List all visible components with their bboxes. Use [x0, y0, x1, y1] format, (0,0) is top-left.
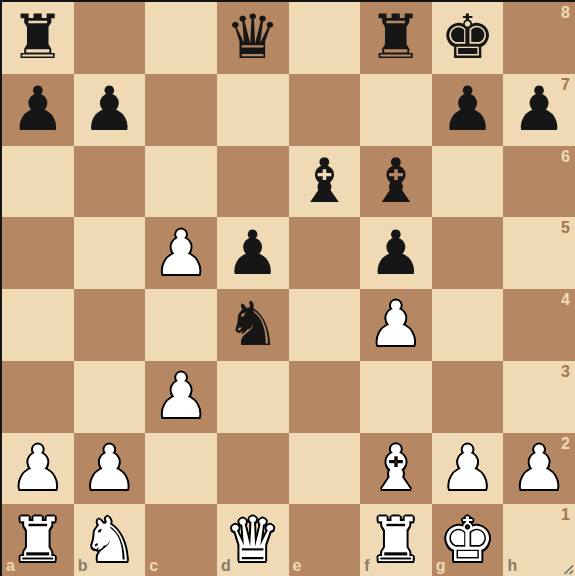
square-g6[interactable] — [432, 146, 504, 218]
square-a8[interactable]: ♜ — [2, 2, 74, 74]
rank-label-6: 6 — [561, 149, 570, 165]
file-label-b: b — [78, 558, 88, 574]
piece-black-bishop[interactable]: ♝ — [369, 150, 424, 211]
file-label-f: f — [364, 558, 369, 574]
square-d7[interactable] — [217, 74, 289, 146]
square-b7[interactable]: ♟ — [74, 74, 146, 146]
piece-white-pawn[interactable]: ♟ — [82, 437, 137, 498]
square-b3[interactable] — [74, 361, 146, 433]
square-g7[interactable]: ♟ — [432, 74, 504, 146]
resize-grip-lines — [559, 560, 574, 575]
square-e7[interactable] — [289, 74, 361, 146]
square-f1[interactable]: ♜f — [360, 504, 432, 576]
piece-black-rook[interactable]: ♜ — [10, 6, 65, 67]
piece-black-pawn[interactable]: ♟ — [225, 222, 280, 283]
square-f6[interactable]: ♝ — [360, 146, 432, 218]
piece-black-pawn[interactable]: ♟ — [440, 78, 495, 139]
resize-handle-icon[interactable] — [559, 560, 574, 575]
square-h4[interactable]: 4 — [503, 289, 575, 361]
piece-black-pawn[interactable]: ♟ — [82, 78, 137, 139]
square-d3[interactable] — [217, 361, 289, 433]
square-b4[interactable] — [74, 289, 146, 361]
square-h6[interactable]: 6 — [503, 146, 575, 218]
square-c2[interactable] — [145, 433, 217, 505]
rank-label-4: 4 — [561, 292, 570, 308]
square-a4[interactable] — [2, 289, 74, 361]
file-label-c: c — [149, 558, 158, 574]
square-d6[interactable] — [217, 146, 289, 218]
square-e2[interactable] — [289, 433, 361, 505]
piece-black-king[interactable]: ♚ — [440, 6, 495, 67]
square-d8[interactable]: ♛ — [217, 2, 289, 74]
chess-board: ♜♛♜♚8♟♟♟♟7♝♝6♟♟♟5♞♟4♟3♟♟♝♟♟2♜a♞bc♛de♜f♚g… — [0, 0, 575, 576]
square-e1[interactable]: e — [289, 504, 361, 576]
piece-black-queen[interactable]: ♛ — [225, 6, 280, 67]
piece-black-pawn[interactable]: ♟ — [512, 78, 567, 139]
square-b8[interactable] — [74, 2, 146, 74]
piece-black-pawn[interactable]: ♟ — [10, 78, 65, 139]
square-d2[interactable] — [217, 433, 289, 505]
square-a1[interactable]: ♜a — [2, 504, 74, 576]
piece-white-rook[interactable]: ♜ — [10, 509, 65, 570]
square-f4[interactable]: ♟ — [360, 289, 432, 361]
square-c3[interactable]: ♟ — [145, 361, 217, 433]
square-d1[interactable]: ♛d — [217, 504, 289, 576]
piece-black-pawn[interactable]: ♟ — [369, 222, 424, 283]
rank-label-7: 7 — [561, 77, 570, 93]
square-h7[interactable]: ♟7 — [503, 74, 575, 146]
file-label-d: d — [221, 558, 231, 574]
square-f2[interactable]: ♝ — [360, 433, 432, 505]
square-g3[interactable] — [432, 361, 504, 433]
square-e5[interactable] — [289, 217, 361, 289]
square-c7[interactable] — [145, 74, 217, 146]
square-c5[interactable]: ♟ — [145, 217, 217, 289]
square-b2[interactable]: ♟ — [74, 433, 146, 505]
square-a7[interactable]: ♟ — [2, 74, 74, 146]
square-g2[interactable]: ♟ — [432, 433, 504, 505]
piece-white-pawn[interactable]: ♟ — [154, 365, 209, 426]
rank-label-8: 8 — [561, 5, 570, 21]
square-e3[interactable] — [289, 361, 361, 433]
square-g5[interactable] — [432, 217, 504, 289]
square-g4[interactable] — [432, 289, 504, 361]
rank-label-3: 3 — [561, 364, 570, 380]
square-d5[interactable]: ♟ — [217, 217, 289, 289]
piece-white-pawn[interactable]: ♟ — [10, 437, 65, 498]
piece-white-pawn[interactable]: ♟ — [440, 437, 495, 498]
square-g8[interactable]: ♚ — [432, 2, 504, 74]
file-label-e: e — [293, 558, 302, 574]
piece-white-pawn[interactable]: ♟ — [154, 222, 209, 283]
square-h2[interactable]: ♟2 — [503, 433, 575, 505]
square-g1[interactable]: ♚g — [432, 504, 504, 576]
square-h3[interactable]: 3 — [503, 361, 575, 433]
square-h5[interactable]: 5 — [503, 217, 575, 289]
piece-white-king[interactable]: ♚ — [440, 509, 495, 570]
square-b6[interactable] — [74, 146, 146, 218]
square-c1[interactable]: c — [145, 504, 217, 576]
file-label-g: g — [436, 558, 446, 574]
square-a5[interactable] — [2, 217, 74, 289]
square-e8[interactable] — [289, 2, 361, 74]
square-c6[interactable] — [145, 146, 217, 218]
file-label-h: h — [507, 558, 517, 574]
square-f8[interactable]: ♜ — [360, 2, 432, 74]
piece-white-pawn[interactable]: ♟ — [369, 293, 424, 354]
rank-label-5: 5 — [561, 220, 570, 236]
square-a2[interactable]: ♟ — [2, 433, 74, 505]
piece-black-knight[interactable]: ♞ — [225, 293, 280, 354]
piece-white-rook[interactable]: ♜ — [369, 509, 424, 570]
square-b5[interactable] — [74, 217, 146, 289]
piece-white-bishop[interactable]: ♝ — [369, 437, 424, 498]
square-h8[interactable]: 8 — [503, 2, 575, 74]
square-a3[interactable] — [2, 361, 74, 433]
rank-label-2: 2 — [561, 436, 570, 452]
square-c8[interactable] — [145, 2, 217, 74]
piece-black-rook[interactable]: ♜ — [369, 6, 424, 67]
rank-label-1: 1 — [561, 507, 570, 523]
square-f5[interactable]: ♟ — [360, 217, 432, 289]
square-a6[interactable] — [2, 146, 74, 218]
square-e6[interactable]: ♝ — [289, 146, 361, 218]
piece-white-pawn[interactable]: ♟ — [512, 437, 567, 498]
board-grid: ♜♛♜♚8♟♟♟♟7♝♝6♟♟♟5♞♟4♟3♟♟♝♟♟2♜a♞bc♛de♜f♚g… — [2, 2, 575, 576]
file-label-a: a — [6, 558, 15, 574]
square-b1[interactable]: ♞b — [74, 504, 146, 576]
square-f7[interactable] — [360, 74, 432, 146]
piece-white-queen[interactable]: ♛ — [225, 509, 280, 570]
square-c4[interactable] — [145, 289, 217, 361]
square-e4[interactable] — [289, 289, 361, 361]
square-d4[interactable]: ♞ — [217, 289, 289, 361]
piece-white-knight[interactable]: ♞ — [82, 509, 137, 570]
piece-black-bishop[interactable]: ♝ — [297, 150, 352, 211]
square-f3[interactable] — [360, 361, 432, 433]
